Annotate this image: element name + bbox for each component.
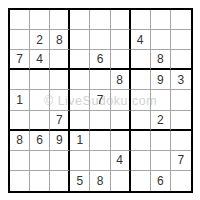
cell-r7c5[interactable] xyxy=(90,131,110,151)
cell-r2c9[interactable] xyxy=(171,30,191,50)
cell-r3c2[interactable]: 4 xyxy=(30,50,50,70)
sudoku-grid: 28474688931772869147586 xyxy=(10,10,191,191)
cell-r1c6[interactable] xyxy=(111,10,131,30)
cell-r7c7[interactable] xyxy=(131,131,151,151)
cell-r7c4[interactable]: 1 xyxy=(70,131,90,151)
cell-r5c6[interactable] xyxy=(111,90,131,110)
cell-r2c8[interactable] xyxy=(151,30,171,50)
cell-r7c1[interactable]: 8 xyxy=(10,131,30,151)
cell-r2c1[interactable] xyxy=(10,30,30,50)
cell-r3c4[interactable] xyxy=(70,50,90,70)
cell-r9c1[interactable] xyxy=(10,171,30,191)
cell-r9c3[interactable] xyxy=(50,171,70,191)
cell-r7c2[interactable]: 6 xyxy=(30,131,50,151)
cell-r5c9[interactable] xyxy=(171,90,191,110)
cell-r8c9[interactable]: 7 xyxy=(171,151,191,171)
cell-r6c1[interactable] xyxy=(10,111,30,131)
cell-r4c9[interactable]: 3 xyxy=(171,70,191,90)
cell-r4c1[interactable] xyxy=(10,70,30,90)
cell-r4c6[interactable]: 8 xyxy=(111,70,131,90)
sudoku-board: © LiveSudoku.com 28474688931772869147586 xyxy=(8,8,193,193)
cell-r3c3[interactable] xyxy=(50,50,70,70)
cell-r5c7[interactable] xyxy=(131,90,151,110)
cell-r6c5[interactable] xyxy=(90,111,110,131)
cell-r1c1[interactable] xyxy=(10,10,30,30)
cell-r6c6[interactable] xyxy=(111,111,131,131)
cell-r2c2[interactable]: 2 xyxy=(30,30,50,50)
cell-r3c8[interactable]: 8 xyxy=(151,50,171,70)
cell-r8c2[interactable] xyxy=(30,151,50,171)
cell-r9c5[interactable]: 8 xyxy=(90,171,110,191)
cell-r8c5[interactable] xyxy=(90,151,110,171)
cell-r9c6[interactable] xyxy=(111,171,131,191)
cell-r5c3[interactable] xyxy=(50,90,70,110)
cell-r6c7[interactable] xyxy=(131,111,151,131)
cell-r6c2[interactable] xyxy=(30,111,50,131)
cell-r5c1[interactable]: 1 xyxy=(10,90,30,110)
cell-r6c9[interactable] xyxy=(171,111,191,131)
cell-r1c7[interactable] xyxy=(131,10,151,30)
cell-r9c4[interactable]: 5 xyxy=(70,171,90,191)
cell-r9c7[interactable] xyxy=(131,171,151,191)
cell-r4c3[interactable] xyxy=(50,70,70,90)
cell-r8c1[interactable] xyxy=(10,151,30,171)
cell-r3c9[interactable] xyxy=(171,50,191,70)
cell-r9c9[interactable] xyxy=(171,171,191,191)
cell-r1c8[interactable] xyxy=(151,10,171,30)
cell-r8c8[interactable] xyxy=(151,151,171,171)
cell-r8c6[interactable]: 4 xyxy=(111,151,131,171)
cell-r1c2[interactable] xyxy=(30,10,50,30)
cell-r1c9[interactable] xyxy=(171,10,191,30)
cell-r5c8[interactable] xyxy=(151,90,171,110)
cell-r5c2[interactable] xyxy=(30,90,50,110)
cell-r2c6[interactable] xyxy=(111,30,131,50)
cell-r4c8[interactable]: 9 xyxy=(151,70,171,90)
cell-r6c3[interactable]: 7 xyxy=(50,111,70,131)
cell-r2c7[interactable]: 4 xyxy=(131,30,151,50)
cell-r3c7[interactable] xyxy=(131,50,151,70)
cell-r3c5[interactable]: 6 xyxy=(90,50,110,70)
cell-r4c5[interactable] xyxy=(90,70,110,90)
cell-r9c8[interactable]: 6 xyxy=(151,171,171,191)
cell-r2c3[interactable]: 8 xyxy=(50,30,70,50)
cell-r4c4[interactable] xyxy=(70,70,90,90)
cell-r7c6[interactable] xyxy=(111,131,131,151)
cell-r7c8[interactable] xyxy=(151,131,171,151)
cell-r4c7[interactable] xyxy=(131,70,151,90)
cell-r3c1[interactable]: 7 xyxy=(10,50,30,70)
cell-r7c3[interactable]: 9 xyxy=(50,131,70,151)
cell-r5c5[interactable]: 7 xyxy=(90,90,110,110)
cell-r1c3[interactable] xyxy=(50,10,70,30)
cell-r6c8[interactable]: 2 xyxy=(151,111,171,131)
cell-r7c9[interactable] xyxy=(171,131,191,151)
cell-r9c2[interactable] xyxy=(30,171,50,191)
cell-r2c4[interactable] xyxy=(70,30,90,50)
cell-r5c4[interactable] xyxy=(70,90,90,110)
cell-r8c4[interactable] xyxy=(70,151,90,171)
cell-r6c4[interactable] xyxy=(70,111,90,131)
cell-r1c5[interactable] xyxy=(90,10,110,30)
cell-r2c5[interactable] xyxy=(90,30,110,50)
cell-r4c2[interactable] xyxy=(30,70,50,90)
cell-r8c3[interactable] xyxy=(50,151,70,171)
cell-r3c6[interactable] xyxy=(111,50,131,70)
cell-r8c7[interactable] xyxy=(131,151,151,171)
cell-r1c4[interactable] xyxy=(70,10,90,30)
